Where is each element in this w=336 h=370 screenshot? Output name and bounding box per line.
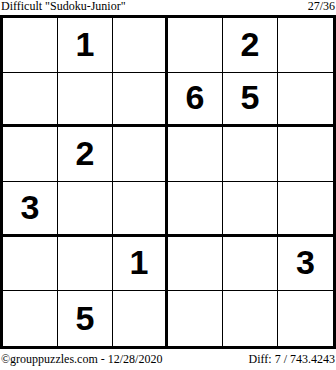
puzzle-counter: 27/36 xyxy=(308,0,335,13)
cell-r4c5[interactable] xyxy=(223,182,278,237)
difficulty-text: Diff: 7 / 743.4243 xyxy=(249,352,335,367)
sudoku-board: 126523135 xyxy=(0,15,336,349)
cell-r2c1[interactable] xyxy=(3,73,58,128)
cell-r1c6[interactable] xyxy=(278,18,333,73)
cell-r6c5[interactable] xyxy=(223,291,278,346)
cell-r4c1[interactable]: 3 xyxy=(3,182,58,237)
cell-r3c6[interactable] xyxy=(278,127,333,182)
cell-r6c4[interactable] xyxy=(168,291,223,346)
cell-r1c4[interactable] xyxy=(168,18,223,73)
cell-r5c5[interactable] xyxy=(223,237,278,292)
footer: ©grouppuzzles.com - 12/28/2020 Diff: 7 /… xyxy=(0,351,336,368)
given-number: 1 xyxy=(76,27,95,61)
puzzle-title: Difficult "Sudoku-Junior" xyxy=(1,0,126,13)
cell-r1c2[interactable]: 1 xyxy=(58,18,113,73)
cell-r6c6[interactable] xyxy=(278,291,333,346)
cell-r6c2[interactable]: 5 xyxy=(58,291,113,346)
puzzle-page: Difficult "Sudoku-Junior" 27/36 12652313… xyxy=(0,0,336,370)
cell-r5c6[interactable]: 3 xyxy=(278,237,333,292)
given-number: 3 xyxy=(296,245,315,279)
cell-r1c5[interactable]: 2 xyxy=(223,18,278,73)
cell-r2c2[interactable] xyxy=(58,73,113,128)
given-number: 2 xyxy=(76,136,95,170)
cell-r5c4[interactable] xyxy=(168,237,223,292)
header: Difficult "Sudoku-Junior" 27/36 xyxy=(0,0,336,15)
cell-r5c3[interactable]: 1 xyxy=(113,237,168,292)
cell-r6c1[interactable] xyxy=(3,291,58,346)
cell-r3c3[interactable] xyxy=(113,127,168,182)
given-number: 6 xyxy=(186,80,205,114)
cell-r3c4[interactable] xyxy=(168,127,223,182)
cell-r2c4[interactable]: 6 xyxy=(168,73,223,128)
cell-r2c6[interactable] xyxy=(278,73,333,128)
cell-r3c1[interactable] xyxy=(3,127,58,182)
given-number: 1 xyxy=(130,245,149,279)
cell-r1c3[interactable] xyxy=(113,18,168,73)
cell-r3c5[interactable] xyxy=(223,127,278,182)
cell-r6c3[interactable] xyxy=(113,291,168,346)
cell-r5c2[interactable] xyxy=(58,237,113,292)
copyright-text: ©grouppuzzles.com - 12/28/2020 xyxy=(1,352,162,367)
given-number: 3 xyxy=(21,190,40,224)
cell-r2c5[interactable]: 5 xyxy=(223,73,278,128)
cell-r2c3[interactable] xyxy=(113,73,168,128)
cell-r1c1[interactable] xyxy=(3,18,58,73)
cell-r3c2[interactable]: 2 xyxy=(58,127,113,182)
given-number: 2 xyxy=(241,27,260,61)
given-number: 5 xyxy=(241,80,260,114)
cell-r5c1[interactable] xyxy=(3,237,58,292)
cell-r4c3[interactable] xyxy=(113,182,168,237)
given-number: 5 xyxy=(76,301,95,335)
cell-r4c4[interactable] xyxy=(168,182,223,237)
cell-r4c2[interactable] xyxy=(58,182,113,237)
cell-r4c6[interactable] xyxy=(278,182,333,237)
